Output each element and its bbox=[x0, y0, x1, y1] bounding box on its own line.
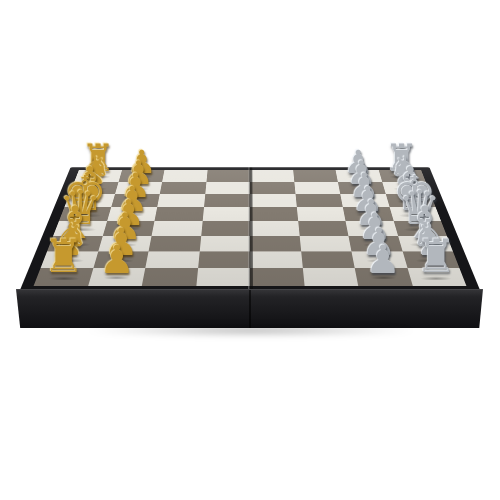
board-square bbox=[336, 170, 382, 182]
board-tray-front bbox=[16, 289, 483, 328]
board-square bbox=[206, 170, 250, 182]
board-square bbox=[145, 251, 199, 268]
board-square bbox=[201, 221, 250, 236]
board-square bbox=[250, 251, 302, 268]
board-square bbox=[196, 268, 250, 286]
board-square bbox=[398, 236, 453, 252]
board-square bbox=[198, 251, 250, 268]
board-square bbox=[107, 207, 157, 221]
board-square bbox=[162, 170, 207, 182]
board-square bbox=[157, 194, 205, 207]
board-square bbox=[407, 268, 466, 286]
board-square bbox=[115, 182, 163, 194]
board-square bbox=[88, 268, 146, 286]
board-square bbox=[294, 182, 340, 194]
board-square bbox=[64, 194, 114, 207]
chess-set-photo: ♜♟♟♜♞♟♟♞♝♟♟♝♚♟♟♚♛♟♟♛♝♟♟♝♞♟♟♞♜♟♟♜ bbox=[0, 0, 500, 500]
board-square bbox=[348, 236, 402, 252]
board-square bbox=[250, 182, 295, 194]
board-square bbox=[302, 268, 358, 286]
board-square bbox=[70, 182, 119, 194]
chess-board-surface bbox=[20, 167, 480, 290]
board-square bbox=[355, 268, 413, 286]
board-square bbox=[250, 207, 298, 221]
board-square bbox=[250, 170, 294, 182]
board-square bbox=[53, 221, 107, 236]
board-square bbox=[393, 221, 447, 236]
board-square bbox=[346, 221, 398, 236]
board-square bbox=[250, 221, 299, 236]
board-square bbox=[34, 268, 93, 286]
board-square bbox=[340, 194, 389, 207]
board-square bbox=[402, 251, 459, 268]
board-square bbox=[47, 236, 102, 252]
board-square bbox=[293, 170, 338, 182]
board-square bbox=[160, 182, 206, 194]
board-square bbox=[152, 221, 203, 236]
board-shadow bbox=[28, 324, 474, 340]
board-square bbox=[142, 268, 198, 286]
board-square bbox=[338, 182, 386, 194]
board-square bbox=[296, 207, 345, 221]
board-square bbox=[205, 182, 250, 194]
board-square bbox=[93, 251, 149, 268]
board-square bbox=[351, 251, 407, 268]
board-square bbox=[343, 207, 393, 221]
board-square bbox=[199, 236, 250, 252]
board-square bbox=[250, 194, 296, 207]
board-square bbox=[118, 170, 164, 182]
board-square bbox=[154, 207, 203, 221]
board-square bbox=[149, 236, 201, 252]
board-square bbox=[382, 182, 431, 194]
board-square bbox=[59, 207, 111, 221]
board-square bbox=[41, 251, 98, 268]
board-square bbox=[295, 194, 343, 207]
board-fold-seam bbox=[248, 167, 253, 290]
board-square bbox=[389, 207, 441, 221]
board-square bbox=[202, 207, 250, 221]
board-square bbox=[204, 194, 250, 207]
board-square bbox=[250, 236, 301, 252]
board-square bbox=[74, 170, 121, 182]
tray-front-seam bbox=[249, 290, 251, 328]
board-square bbox=[102, 221, 154, 236]
board-square bbox=[111, 194, 160, 207]
board-square bbox=[378, 170, 425, 182]
board-square bbox=[98, 236, 152, 252]
board-square bbox=[250, 268, 304, 286]
board-square bbox=[385, 194, 435, 207]
board-square bbox=[299, 236, 351, 252]
board-square bbox=[298, 221, 349, 236]
board-square bbox=[301, 251, 355, 268]
